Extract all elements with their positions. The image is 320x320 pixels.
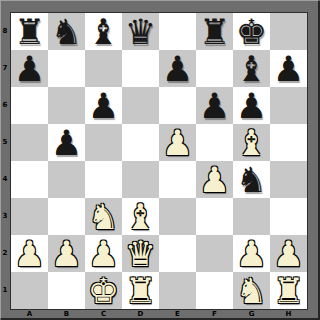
square-h5[interactable] [270,124,307,161]
square-b2[interactable]: ♟ [48,235,85,272]
square-d8[interactable]: ♛ [122,13,159,50]
white-knight-piece[interactable]: ♞ [85,198,122,235]
square-f2[interactable] [196,235,233,272]
black-king-piece[interactable]: ♚ [233,13,270,50]
white-queen-piece[interactable]: ♛ [122,235,159,272]
square-b1[interactable] [48,272,85,309]
square-b8[interactable]: ♞ [48,13,85,50]
square-d4[interactable] [122,161,159,198]
rank-label-3: 3 [0,198,10,235]
rank-label-5: 5 [0,124,10,161]
black-rook-piece[interactable]: ♜ [196,13,233,50]
square-h7[interactable]: ♟ [270,50,307,87]
square-d2[interactable]: ♛ [122,235,159,272]
square-c8[interactable]: ♝ [85,13,122,50]
square-g7[interactable]: ♝ [233,50,270,87]
black-pawn-piece[interactable]: ♟ [11,50,48,87]
square-b7[interactable] [48,50,85,87]
white-pawn-piece[interactable]: ♟ [233,235,270,272]
square-b4[interactable] [48,161,85,198]
square-c3[interactable]: ♞ [85,198,122,235]
chess-board: ♜♞♝♛♜♚♟♟♝♟♟♟♟♟♟♝♟♞♞♝♟♟♟♛♟♟♚♜♞♜ [11,13,307,309]
file-label-a: A [11,308,48,320]
white-rook-piece[interactable]: ♜ [270,272,307,309]
square-a6[interactable] [11,87,48,124]
white-pawn-piece[interactable]: ♟ [159,124,196,161]
square-e4[interactable] [159,161,196,198]
square-c1[interactable]: ♚ [85,272,122,309]
square-a2[interactable]: ♟ [11,235,48,272]
black-pawn-piece[interactable]: ♟ [233,87,270,124]
square-g8[interactable]: ♚ [233,13,270,50]
square-e1[interactable] [159,272,196,309]
square-e5[interactable]: ♟ [159,124,196,161]
rank-label-4: 4 [0,161,10,198]
square-f8[interactable]: ♜ [196,13,233,50]
square-b3[interactable] [48,198,85,235]
black-rook-piece[interactable]: ♜ [11,13,48,50]
square-g1[interactable]: ♞ [233,272,270,309]
white-pawn-piece[interactable]: ♟ [270,235,307,272]
square-c6[interactable]: ♟ [85,87,122,124]
square-g6[interactable]: ♟ [233,87,270,124]
square-b5[interactable]: ♟ [48,124,85,161]
square-e8[interactable] [159,13,196,50]
black-bishop-piece[interactable]: ♝ [233,50,270,87]
square-f3[interactable] [196,198,233,235]
black-pawn-piece[interactable]: ♟ [159,50,196,87]
square-d5[interactable] [122,124,159,161]
file-label-b: B [48,308,85,320]
square-h2[interactable]: ♟ [270,235,307,272]
rank-labels: 87654321 [0,13,10,309]
square-h4[interactable] [270,161,307,198]
rank-label-8: 8 [0,13,10,50]
rank-label-1: 1 [0,272,10,309]
white-king-piece[interactable]: ♚ [85,272,122,309]
square-a1[interactable] [11,272,48,309]
black-bishop-piece[interactable]: ♝ [85,13,122,50]
white-bishop-piece[interactable]: ♝ [122,198,159,235]
black-pawn-piece[interactable]: ♟ [270,50,307,87]
black-queen-piece[interactable]: ♛ [122,13,159,50]
square-f5[interactable] [196,124,233,161]
square-f6[interactable]: ♟ [196,87,233,124]
square-d3[interactable]: ♝ [122,198,159,235]
square-e3[interactable] [159,198,196,235]
square-e6[interactable] [159,87,196,124]
black-pawn-piece[interactable]: ♟ [48,124,85,161]
file-label-h: H [270,308,307,320]
black-knight-piece[interactable]: ♞ [233,161,270,198]
rank-label-2: 2 [0,235,10,272]
square-e7[interactable]: ♟ [159,50,196,87]
white-pawn-piece[interactable]: ♟ [196,161,233,198]
square-a7[interactable]: ♟ [11,50,48,87]
square-a5[interactable] [11,124,48,161]
square-h8[interactable] [270,13,307,50]
white-pawn-piece[interactable]: ♟ [11,235,48,272]
white-knight-piece[interactable]: ♞ [233,272,270,309]
file-label-g: G [233,308,270,320]
square-a3[interactable] [11,198,48,235]
file-label-c: C [85,308,122,320]
square-g2[interactable]: ♟ [233,235,270,272]
square-d6[interactable] [122,87,159,124]
square-c5[interactable] [85,124,122,161]
rank-label-7: 7 [0,50,10,87]
square-h3[interactable] [270,198,307,235]
square-a8[interactable]: ♜ [11,13,48,50]
square-e2[interactable] [159,235,196,272]
square-d1[interactable]: ♜ [122,272,159,309]
square-g5[interactable]: ♝ [233,124,270,161]
white-bishop-piece[interactable]: ♝ [233,124,270,161]
black-pawn-piece[interactable]: ♟ [85,87,122,124]
white-pawn-piece[interactable]: ♟ [48,235,85,272]
board-frame: 87654321 ♜♞♝♛♜♚♟♟♝♟♟♟♟♟♟♝♟♞♞♝♟♟♟♛♟♟♚♜♞♜ … [0,0,320,320]
square-g4[interactable]: ♞ [233,161,270,198]
square-g3[interactable] [233,198,270,235]
file-label-d: D [122,308,159,320]
square-f7[interactable] [196,50,233,87]
black-pawn-piece[interactable]: ♟ [196,87,233,124]
black-knight-piece[interactable]: ♞ [48,13,85,50]
square-d7[interactable] [122,50,159,87]
square-b6[interactable] [48,87,85,124]
file-labels: ABCDEFGH [11,308,307,320]
white-rook-piece[interactable]: ♜ [122,272,159,309]
square-h6[interactable] [270,87,307,124]
square-c7[interactable] [85,50,122,87]
square-f4[interactable]: ♟ [196,161,233,198]
square-c4[interactable] [85,161,122,198]
file-label-e: E [159,308,196,320]
square-a4[interactable] [11,161,48,198]
square-f1[interactable] [196,272,233,309]
square-c2[interactable]: ♟ [85,235,122,272]
square-h1[interactable]: ♜ [270,272,307,309]
rank-label-6: 6 [0,87,10,124]
white-pawn-piece[interactable]: ♟ [85,235,122,272]
file-label-f: F [196,308,233,320]
